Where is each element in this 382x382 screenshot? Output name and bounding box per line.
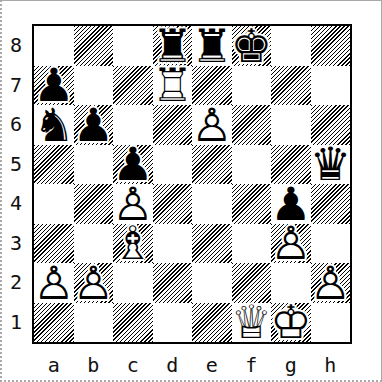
square-d5[interactable] [153, 145, 193, 185]
square-d4[interactable] [153, 184, 193, 224]
square-h1[interactable] [311, 303, 351, 343]
square-f7[interactable] [232, 66, 272, 106]
square-f1[interactable]: ♛♕ [232, 303, 272, 343]
square-g6[interactable] [271, 105, 311, 145]
square-d1[interactable] [153, 303, 193, 343]
rank-label-6: 6 [4, 105, 28, 145]
chess-diagram-frame: ♜♜♚♟♜♖♞♟♟♙♟♛♟♙♟♝♗♟♙♟♙♟♙♟♙♛♕♚♔ 87654321 a… [0, 0, 382, 382]
square-h2[interactable]: ♟♙ [311, 263, 351, 303]
square-b5[interactable] [74, 145, 114, 185]
square-g8[interactable] [271, 26, 311, 66]
piece-fill-glyph: ♜ [192, 26, 232, 66]
piece-fill-glyph: ♟ [74, 105, 114, 145]
black-rook-e8[interactable]: ♜ [192, 26, 232, 66]
square-b4[interactable] [74, 184, 114, 224]
square-b1[interactable] [74, 303, 114, 343]
white-bishop-c3[interactable]: ♝♗ [113, 224, 153, 264]
square-f5[interactable] [232, 145, 272, 185]
piece-fill-glyph: ♞ [34, 105, 74, 145]
piece-outline-glyph: ♕ [232, 303, 272, 343]
square-c3[interactable]: ♝♗ [113, 224, 153, 264]
file-label-e: e [192, 350, 232, 380]
rank-label-8: 8 [4, 26, 28, 66]
file-label-c: c [113, 350, 153, 380]
rank-label-3: 3 [4, 224, 28, 264]
square-a6[interactable]: ♞ [34, 105, 74, 145]
chess-board: ♜♜♚♟♜♖♞♟♟♙♟♛♟♙♟♝♗♟♙♟♙♟♙♟♙♛♕♚♔ [32, 24, 352, 344]
rank-label-2: 2 [4, 263, 28, 303]
square-h8[interactable] [311, 26, 351, 66]
square-a5[interactable] [34, 145, 74, 185]
square-f6[interactable] [232, 105, 272, 145]
square-e8[interactable]: ♜ [192, 26, 232, 66]
square-a1[interactable] [34, 303, 74, 343]
square-g7[interactable] [271, 66, 311, 106]
piece-outline-glyph: ♖ [153, 66, 193, 106]
piece-outline-glyph: ♗ [113, 224, 153, 264]
file-label-b: b [74, 350, 114, 380]
square-d6[interactable] [153, 105, 193, 145]
piece-outline-glyph: ♙ [192, 105, 232, 145]
square-c1[interactable] [113, 303, 153, 343]
piece-outline-glyph: ♔ [271, 303, 311, 343]
white-pawn-g3[interactable]: ♟♙ [271, 224, 311, 264]
square-e4[interactable] [192, 184, 232, 224]
square-e6[interactable]: ♟♙ [192, 105, 232, 145]
black-queen-h5[interactable]: ♛ [311, 145, 351, 185]
file-label-a: a [34, 350, 74, 380]
square-b6[interactable]: ♟ [74, 105, 114, 145]
square-h4[interactable] [311, 184, 351, 224]
square-e2[interactable] [192, 263, 232, 303]
white-king-g1[interactable]: ♚♔ [271, 303, 311, 343]
white-pawn-b2[interactable]: ♟♙ [74, 263, 114, 303]
file-label-f: f [232, 350, 272, 380]
black-knight-a6[interactable]: ♞ [34, 105, 74, 145]
white-pawn-e6[interactable]: ♟♙ [192, 105, 232, 145]
square-f4[interactable] [232, 184, 272, 224]
square-f3[interactable] [232, 224, 272, 264]
white-queen-f1[interactable]: ♛♕ [232, 303, 272, 343]
square-d3[interactable] [153, 224, 193, 264]
square-f8[interactable]: ♚ [232, 26, 272, 66]
square-d7[interactable]: ♜♖ [153, 66, 193, 106]
piece-outline-glyph: ♙ [74, 263, 114, 303]
piece-outline-glyph: ♙ [34, 263, 74, 303]
rank-label-4: 4 [4, 184, 28, 224]
square-a2[interactable]: ♟♙ [34, 263, 74, 303]
square-b2[interactable]: ♟♙ [74, 263, 114, 303]
square-h7[interactable] [311, 66, 351, 106]
square-e3[interactable] [192, 224, 232, 264]
square-e5[interactable] [192, 145, 232, 185]
square-c2[interactable] [113, 263, 153, 303]
piece-fill-glyph: ♛ [311, 145, 351, 185]
rank-label-5: 5 [4, 145, 28, 185]
square-d2[interactable] [153, 263, 193, 303]
white-pawn-h2[interactable]: ♟♙ [311, 263, 351, 303]
black-pawn-b6[interactable]: ♟ [74, 105, 114, 145]
black-king-f8[interactable]: ♚ [232, 26, 272, 66]
square-b8[interactable] [74, 26, 114, 66]
square-c7[interactable] [113, 66, 153, 106]
file-label-h: h [311, 350, 351, 380]
white-pawn-a2[interactable]: ♟♙ [34, 263, 74, 303]
square-c8[interactable] [113, 26, 153, 66]
square-g1[interactable]: ♚♔ [271, 303, 311, 343]
white-rook-d7[interactable]: ♜♖ [153, 66, 193, 106]
square-g3[interactable]: ♟♙ [271, 224, 311, 264]
rank-label-1: 1 [4, 303, 28, 343]
piece-outline-glyph: ♙ [271, 224, 311, 264]
piece-fill-glyph: ♚ [232, 26, 272, 66]
square-h5[interactable]: ♛ [311, 145, 351, 185]
square-a4[interactable] [34, 184, 74, 224]
file-label-d: d [153, 350, 193, 380]
file-label-g: g [271, 350, 311, 380]
rank-label-7: 7 [4, 66, 28, 106]
piece-outline-glyph: ♙ [311, 263, 351, 303]
square-e1[interactable] [192, 303, 232, 343]
